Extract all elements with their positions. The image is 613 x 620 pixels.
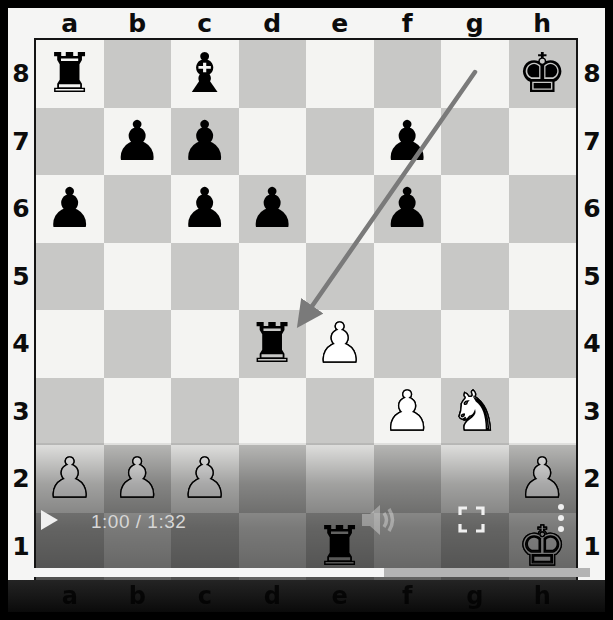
square-d6: ♟ <box>239 175 307 243</box>
kebab-dot <box>558 515 564 521</box>
coord-label-1: 1 <box>8 513 34 581</box>
square-e7 <box>306 108 374 176</box>
black-bishop: ♝ <box>180 46 229 101</box>
coord-label-2: 2 <box>8 445 34 513</box>
fullscreen-icon[interactable] <box>458 506 485 533</box>
square-a4 <box>36 310 104 378</box>
square-d5 <box>239 243 307 311</box>
play-icon[interactable] <box>41 510 58 530</box>
square-d7 <box>239 108 307 176</box>
kebab-menu-icon[interactable] <box>557 504 565 532</box>
square-g7 <box>441 108 509 176</box>
square-b3 <box>104 378 172 446</box>
square-c6: ♟ <box>171 175 239 243</box>
square-h2: ♟ <box>509 445 577 513</box>
square-g5 <box>441 243 509 311</box>
square-c8: ♝ <box>171 40 239 108</box>
file-labels-bottom: abcdefgh <box>36 580 576 612</box>
video-player-frame: abcdefgh 87654321 87654321 ♜♝♚♟♟♟♟♟♟♟♜♟♟… <box>0 0 613 620</box>
coord-label-3: 3 <box>8 378 34 446</box>
white-pawn: ♟ <box>518 451 567 506</box>
white-pawn: ♟ <box>45 451 94 506</box>
square-b8 <box>104 40 172 108</box>
square-f4 <box>374 310 442 378</box>
square-c3 <box>171 378 239 446</box>
black-rook: ♜ <box>45 46 94 101</box>
coord-label-c: c <box>171 580 239 612</box>
coord-label-f: f <box>374 9 442 38</box>
coord-label-g: g <box>441 580 509 612</box>
rank-labels-left: 87654321 <box>8 40 34 580</box>
white-pawn: ♟ <box>383 384 432 439</box>
square-h3 <box>509 378 577 446</box>
square-d3 <box>239 378 307 446</box>
square-f7: ♟ <box>374 108 442 176</box>
coord-label-7: 7 <box>579 108 605 176</box>
white-pawn: ♟ <box>315 316 364 371</box>
white-pawn: ♟ <box>113 451 162 506</box>
coord-label-3: 3 <box>579 378 605 446</box>
square-c2: ♟ <box>171 445 239 513</box>
black-rook: ♜ <box>248 316 297 371</box>
square-c7: ♟ <box>171 108 239 176</box>
coord-label-e: e <box>306 580 374 612</box>
square-e3 <box>306 378 374 446</box>
file-labels-top: abcdefgh <box>36 9 576 37</box>
square-g8 <box>441 40 509 108</box>
square-a5 <box>36 243 104 311</box>
board-grid: ♜♝♚♟♟♟♟♟♟♟♜♟♟♞♟♟♟♟♜♚ <box>36 40 576 580</box>
chessboard[interactable]: ♜♝♚♟♟♟♟♟♟♟♜♟♟♞♟♟♟♟♜♚ <box>34 38 578 582</box>
coord-label-5: 5 <box>8 243 34 311</box>
coord-label-h: h <box>509 580 577 612</box>
square-g3: ♞ <box>441 378 509 446</box>
coord-label-e: e <box>306 9 374 38</box>
white-knight: ♞ <box>450 384 499 439</box>
black-pawn: ♟ <box>383 114 432 169</box>
square-h7 <box>509 108 577 176</box>
coord-label-4: 4 <box>8 310 34 378</box>
coord-label-6: 6 <box>579 175 605 243</box>
coord-label-d: d <box>239 9 307 38</box>
square-b2: ♟ <box>104 445 172 513</box>
coord-label-6: 6 <box>8 175 34 243</box>
square-a6: ♟ <box>36 175 104 243</box>
square-d2 <box>239 445 307 513</box>
square-f3: ♟ <box>374 378 442 446</box>
square-e8 <box>306 40 374 108</box>
black-king: ♚ <box>518 46 567 101</box>
coord-label-d: d <box>239 580 307 612</box>
kebab-dot <box>558 504 564 510</box>
square-a2: ♟ <box>36 445 104 513</box>
square-e5 <box>306 243 374 311</box>
square-b7: ♟ <box>104 108 172 176</box>
square-f5 <box>374 243 442 311</box>
coord-label-2: 2 <box>579 445 605 513</box>
coord-label-8: 8 <box>8 40 34 108</box>
square-h4 <box>509 310 577 378</box>
square-a7 <box>36 108 104 176</box>
square-h8: ♚ <box>509 40 577 108</box>
coord-label-5: 5 <box>579 243 605 311</box>
coord-label-h: h <box>509 9 577 38</box>
coord-label-b: b <box>104 580 172 612</box>
square-b5 <box>104 243 172 311</box>
video-progress-bar[interactable] <box>32 568 590 577</box>
square-c4 <box>171 310 239 378</box>
square-b4 <box>104 310 172 378</box>
coord-label-7: 7 <box>8 108 34 176</box>
black-pawn: ♟ <box>45 181 94 236</box>
square-f6: ♟ <box>374 175 442 243</box>
coord-label-c: c <box>171 9 239 38</box>
kebab-dot <box>558 526 564 532</box>
square-g4 <box>441 310 509 378</box>
square-h5 <box>509 243 577 311</box>
square-b6 <box>104 175 172 243</box>
black-pawn: ♟ <box>180 181 229 236</box>
square-h6 <box>509 175 577 243</box>
volume-icon[interactable] <box>356 501 400 539</box>
coord-label-a: a <box>36 9 104 38</box>
coord-label-f: f <box>374 580 442 612</box>
rank-labels-right: 87654321 <box>579 40 605 580</box>
square-d4: ♜ <box>239 310 307 378</box>
video-progress-played <box>32 568 384 577</box>
coord-label-g: g <box>441 9 509 38</box>
square-a3 <box>36 378 104 446</box>
square-c5 <box>171 243 239 311</box>
square-d8 <box>239 40 307 108</box>
coord-label-4: 4 <box>579 310 605 378</box>
white-pawn: ♟ <box>180 451 229 506</box>
square-e4: ♟ <box>306 310 374 378</box>
black-pawn: ♟ <box>248 181 297 236</box>
square-f8 <box>374 40 442 108</box>
square-g2 <box>441 445 509 513</box>
black-pawn: ♟ <box>113 114 162 169</box>
time-display: 1:00 / 1:32 <box>91 511 186 533</box>
bottom-label-strip: abcdefgh <box>8 580 605 612</box>
square-e6 <box>306 175 374 243</box>
black-pawn: ♟ <box>180 114 229 169</box>
coord-label-a: a <box>36 580 104 612</box>
square-a8: ♜ <box>36 40 104 108</box>
black-pawn: ♟ <box>383 181 432 236</box>
coord-label-b: b <box>104 9 172 38</box>
square-g6 <box>441 175 509 243</box>
coord-label-8: 8 <box>579 40 605 108</box>
